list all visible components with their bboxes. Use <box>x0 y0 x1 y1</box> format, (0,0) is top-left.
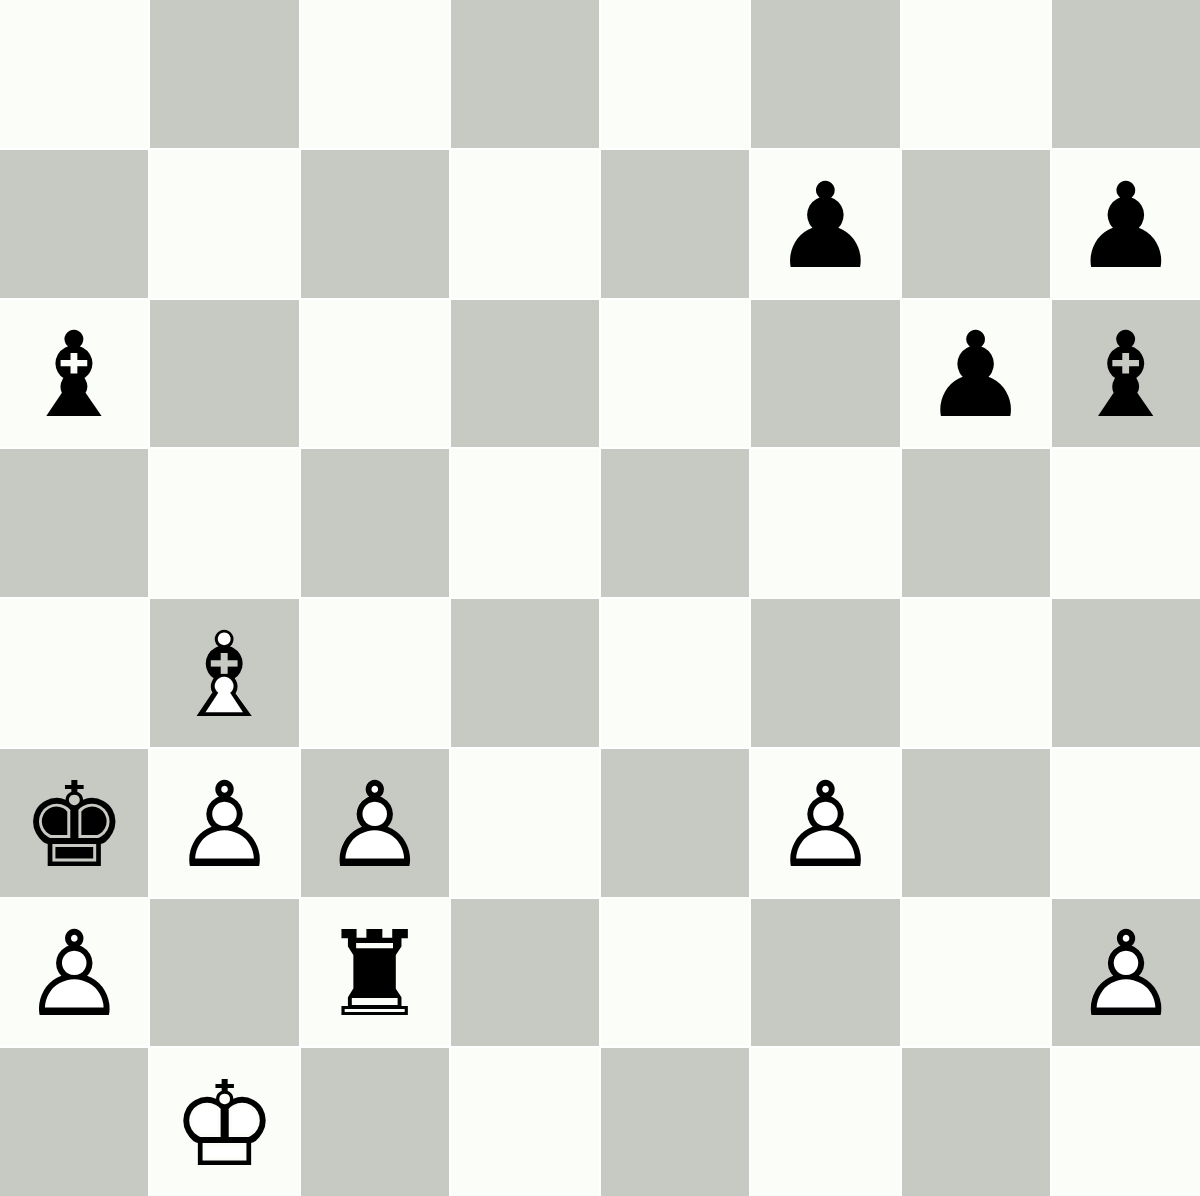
square-b6[interactable] <box>150 300 298 448</box>
square-c7[interactable] <box>301 150 449 298</box>
square-b2[interactable] <box>150 899 298 1047</box>
black-pawn-f7: ♟ <box>751 150 899 298</box>
square-h7[interactable]: ♟ <box>1052 150 1200 298</box>
square-f1[interactable] <box>751 1048 899 1196</box>
square-g4[interactable] <box>902 599 1050 747</box>
square-f6[interactable] <box>751 300 899 448</box>
square-e6[interactable] <box>601 300 749 448</box>
square-a5[interactable] <box>0 449 148 597</box>
square-f3[interactable]: ♟♙ <box>751 749 899 897</box>
square-e3[interactable] <box>601 749 749 897</box>
square-e2[interactable] <box>601 899 749 1047</box>
square-f8[interactable] <box>751 0 899 148</box>
square-c6[interactable] <box>301 300 449 448</box>
square-a4[interactable] <box>0 599 148 747</box>
black-king-a3: ♚ <box>0 749 148 897</box>
square-g3[interactable] <box>902 749 1050 897</box>
black-pawn-h7: ♟ <box>1052 150 1200 298</box>
square-b8[interactable] <box>150 0 298 148</box>
black-rook-c2: ♜ <box>301 899 449 1047</box>
square-b1[interactable]: ♚♔ <box>150 1048 298 1196</box>
white-pawn-c3: ♟♙ <box>301 749 449 897</box>
square-f2[interactable] <box>751 899 899 1047</box>
square-b7[interactable] <box>150 150 298 298</box>
square-a7[interactable] <box>0 150 148 298</box>
square-d7[interactable] <box>451 150 599 298</box>
square-e5[interactable] <box>601 449 749 597</box>
square-f5[interactable] <box>751 449 899 597</box>
white-bishop-b4: ♝♗ <box>150 599 298 747</box>
square-h8[interactable] <box>1052 0 1200 148</box>
square-a1[interactable] <box>0 1048 148 1196</box>
square-b3[interactable]: ♟♙ <box>150 749 298 897</box>
square-g8[interactable] <box>902 0 1050 148</box>
white-pawn-b3: ♟♙ <box>150 749 298 897</box>
square-b4[interactable]: ♝♗ <box>150 599 298 747</box>
square-d1[interactable] <box>451 1048 599 1196</box>
square-a3[interactable]: ♚ <box>0 749 148 897</box>
square-a6[interactable]: ♝ <box>0 300 148 448</box>
white-pawn-f3: ♟♙ <box>751 749 899 897</box>
square-c4[interactable] <box>301 599 449 747</box>
square-e4[interactable] <box>601 599 749 747</box>
white-king-b1: ♚♔ <box>150 1048 298 1196</box>
chess-board: ♟♟♝♟♝♝♗♚♟♙♟♙♟♙♟♙♜♟♙♚♔ <box>0 0 1200 1196</box>
square-d6[interactable] <box>451 300 599 448</box>
square-d5[interactable] <box>451 449 599 597</box>
square-h1[interactable] <box>1052 1048 1200 1196</box>
square-h5[interactable] <box>1052 449 1200 597</box>
square-e7[interactable] <box>601 150 749 298</box>
square-d3[interactable] <box>451 749 599 897</box>
square-d4[interactable] <box>451 599 599 747</box>
square-c1[interactable] <box>301 1048 449 1196</box>
square-f7[interactable]: ♟ <box>751 150 899 298</box>
white-pawn-a2: ♟♙ <box>0 899 148 1047</box>
white-pawn-h2: ♟♙ <box>1052 899 1200 1047</box>
square-a8[interactable] <box>0 0 148 148</box>
black-pawn-g6: ♟ <box>902 300 1050 448</box>
square-h2[interactable]: ♟♙ <box>1052 899 1200 1047</box>
square-e1[interactable] <box>601 1048 749 1196</box>
square-g2[interactable] <box>902 899 1050 1047</box>
square-d2[interactable] <box>451 899 599 1047</box>
square-c2[interactable]: ♜ <box>301 899 449 1047</box>
square-f4[interactable] <box>751 599 899 747</box>
square-h4[interactable] <box>1052 599 1200 747</box>
square-c3[interactable]: ♟♙ <box>301 749 449 897</box>
square-g1[interactable] <box>902 1048 1050 1196</box>
square-a2[interactable]: ♟♙ <box>0 899 148 1047</box>
square-h6[interactable]: ♝ <box>1052 300 1200 448</box>
square-g6[interactable]: ♟ <box>902 300 1050 448</box>
black-bishop-a6: ♝ <box>0 300 148 448</box>
black-bishop-h6: ♝ <box>1052 300 1200 448</box>
square-d8[interactable] <box>451 0 599 148</box>
square-b5[interactable] <box>150 449 298 597</box>
square-c5[interactable] <box>301 449 449 597</box>
square-g7[interactable] <box>902 150 1050 298</box>
square-c8[interactable] <box>301 0 449 148</box>
square-e8[interactable] <box>601 0 749 148</box>
square-h3[interactable] <box>1052 749 1200 897</box>
square-g5[interactable] <box>902 449 1050 597</box>
